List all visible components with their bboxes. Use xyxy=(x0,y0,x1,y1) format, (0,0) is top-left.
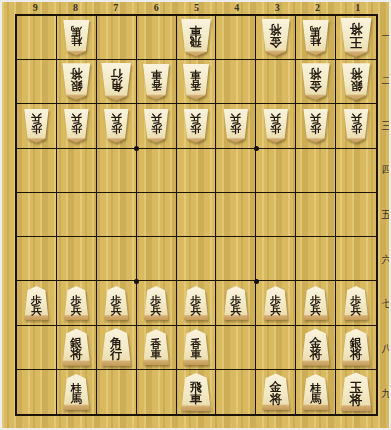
square-6-5[interactable] xyxy=(137,193,177,237)
piece-kanji: 飛車 xyxy=(179,19,212,57)
piece-body: 歩兵 xyxy=(103,286,130,320)
piece-kanji: 飛車 xyxy=(179,373,212,411)
rank-label: 七 xyxy=(380,282,391,327)
square-4-2[interactable] xyxy=(216,60,256,104)
square-2-7[interactable]: 歩兵 xyxy=(296,281,336,325)
piece-body: 歩兵 xyxy=(143,286,170,320)
piece-kanji-char: 歩 xyxy=(111,124,122,134)
square-2-9[interactable]: 桂馬 xyxy=(296,370,336,414)
piece-kanji-char: 兵 xyxy=(230,114,241,124)
piece-kanji: 歩兵 xyxy=(143,286,170,320)
piece-kanji: 金将 xyxy=(260,373,291,410)
piece-kanji-char: 車 xyxy=(190,394,202,405)
piece-kanji: 銀将 xyxy=(61,63,92,100)
piece-sente-kyosha-lance[interactable]: 香車 xyxy=(181,329,210,365)
square-3-9[interactable]: 金将 xyxy=(256,370,296,414)
rank-label: 六 xyxy=(380,237,391,282)
shogi-board: 桂馬飛車金将桂馬王将銀将角行香車香車金将銀将歩兵歩兵歩兵歩兵歩兵歩兵歩兵歩兵歩兵… xyxy=(15,14,378,416)
piece-kanji-char: 兵 xyxy=(190,114,201,124)
piece-kanji-char: 車 xyxy=(190,349,201,359)
piece-body: 歩兵 xyxy=(63,109,90,143)
piece-kanji-char: 歩 xyxy=(351,124,362,134)
rank-labels: 一二三四五六七八九 xyxy=(380,14,391,416)
piece-gote-hisha-rook[interactable]: 飛車 xyxy=(179,19,212,57)
square-2-6[interactable] xyxy=(296,237,336,281)
piece-body: 金将 xyxy=(300,329,331,366)
piece-kanji: 桂馬 xyxy=(301,374,330,410)
piece-sente-kyosha-lance[interactable]: 香車 xyxy=(142,329,171,365)
square-4-5[interactable] xyxy=(216,193,256,237)
piece-kanji: 金将 xyxy=(300,63,331,100)
square-2-1[interactable]: 桂馬 xyxy=(296,16,336,60)
piece-kanji-char: 将 xyxy=(350,349,362,360)
piece-body: 角行 xyxy=(100,63,133,101)
square-3-3[interactable]: 歩兵 xyxy=(256,104,296,148)
piece-body: 歩兵 xyxy=(343,286,370,320)
piece-body: 玉将 xyxy=(339,372,373,411)
piece-sente-fuhyo-pawn[interactable]: 歩兵 xyxy=(143,286,170,320)
file-label: 2 xyxy=(297,2,337,14)
piece-kanji-char: 兵 xyxy=(151,305,162,315)
piece-gote-fuhyo-pawn[interactable]: 歩兵 xyxy=(343,109,370,143)
rank-label: 九 xyxy=(380,371,391,416)
piece-gote-kakugyo-bishop[interactable]: 角行 xyxy=(100,63,133,101)
piece-kanji: 銀将 xyxy=(341,329,372,366)
piece-kanji: 歩兵 xyxy=(103,109,130,143)
piece-kanji-char: 兵 xyxy=(71,114,82,124)
piece-kanji: 王将 xyxy=(339,18,373,57)
square-3-6[interactable] xyxy=(256,237,296,281)
square-3-8[interactable] xyxy=(256,326,296,370)
piece-kanji-char: 将 xyxy=(70,68,82,79)
square-6-6[interactable] xyxy=(137,237,177,281)
square-5-4[interactable] xyxy=(177,149,217,193)
piece-body: 歩兵 xyxy=(222,286,249,320)
piece-kanji-char: 将 xyxy=(310,68,322,79)
square-6-4[interactable] xyxy=(137,149,177,193)
square-8-7[interactable]: 歩兵 xyxy=(57,281,97,325)
rank-label: 八 xyxy=(380,327,391,372)
piece-kanji-char: 将 xyxy=(270,394,282,405)
piece-kanji-char: 将 xyxy=(350,394,363,406)
piece-sente-ginsho-silver-general[interactable]: 銀将 xyxy=(61,329,92,366)
piece-kanji: 歩兵 xyxy=(63,286,90,320)
file-label: 1 xyxy=(338,2,378,14)
piece-body: 歩兵 xyxy=(23,286,50,320)
piece-body: 歩兵 xyxy=(262,286,289,320)
square-7-1[interactable] xyxy=(97,16,137,60)
piece-kanji-char: 兵 xyxy=(31,114,42,124)
piece-kanji: 歩兵 xyxy=(182,109,209,143)
square-8-1[interactable]: 桂馬 xyxy=(57,16,97,60)
piece-kanji: 歩兵 xyxy=(302,286,329,320)
piece-body: 香車 xyxy=(142,64,171,100)
piece-kanji-char: 兵 xyxy=(310,114,321,124)
square-8-8[interactable]: 銀将 xyxy=(57,326,97,370)
piece-kanji: 香車 xyxy=(142,329,171,365)
piece-kanji-char: 兵 xyxy=(230,305,241,315)
piece-kanji-char: 兵 xyxy=(190,305,201,315)
square-5-7[interactable]: 歩兵 xyxy=(177,281,217,325)
piece-kanji-char: 馬 xyxy=(71,394,82,404)
file-label: 3 xyxy=(257,2,297,14)
square-7-8[interactable]: 角行 xyxy=(97,326,137,370)
square-2-3[interactable]: 歩兵 xyxy=(296,104,336,148)
square-9-3[interactable]: 歩兵 xyxy=(17,104,57,148)
square-1-9[interactable]: 玉将 xyxy=(336,370,376,414)
file-labels: 987654321 xyxy=(15,2,378,14)
square-8-9[interactable]: 桂馬 xyxy=(57,370,97,414)
square-8-5[interactable] xyxy=(57,193,97,237)
piece-sente-kinsho-gold-general[interactable]: 金将 xyxy=(260,373,291,410)
piece-kanji: 香車 xyxy=(181,64,210,100)
piece-gote-kyosha-lance[interactable]: 香車 xyxy=(142,64,171,100)
piece-kanji-char: 車 xyxy=(190,24,202,35)
square-1-3[interactable]: 歩兵 xyxy=(336,104,376,148)
piece-sente-keima-knight[interactable]: 桂馬 xyxy=(62,374,91,410)
square-8-2[interactable]: 銀将 xyxy=(57,60,97,104)
piece-kanji: 歩兵 xyxy=(103,286,130,320)
piece-kanji-char: 香 xyxy=(151,80,162,90)
square-2-8[interactable]: 金将 xyxy=(296,326,336,370)
star-point xyxy=(134,279,139,284)
piece-kanji-char: 兵 xyxy=(351,114,362,124)
file-label: 5 xyxy=(176,2,216,14)
square-9-6[interactable] xyxy=(17,237,57,281)
piece-kanji-char: 兵 xyxy=(270,305,281,315)
piece-gote-fuhyo-pawn[interactable]: 歩兵 xyxy=(222,109,249,143)
file-label: 9 xyxy=(15,2,55,14)
square-4-1[interactable] xyxy=(216,16,256,60)
piece-kanji-char: 兵 xyxy=(310,305,321,315)
square-2-2[interactable]: 金将 xyxy=(296,60,336,104)
square-1-2[interactable]: 銀将 xyxy=(336,60,376,104)
square-9-5[interactable] xyxy=(17,193,57,237)
square-8-6[interactable] xyxy=(57,237,97,281)
piece-body: 桂馬 xyxy=(301,374,330,410)
square-2-4[interactable] xyxy=(296,149,336,193)
square-9-8[interactable] xyxy=(17,326,57,370)
square-6-9[interactable] xyxy=(137,370,177,414)
square-7-2[interactable]: 角行 xyxy=(97,60,137,104)
piece-kanji: 銀将 xyxy=(61,329,92,366)
piece-body: 桂馬 xyxy=(62,20,91,56)
piece-kanji: 歩兵 xyxy=(182,286,209,320)
piece-body: 金将 xyxy=(260,19,291,56)
piece-kanji: 角行 xyxy=(100,63,133,101)
piece-kanji-char: 銀 xyxy=(70,80,82,91)
square-3-4[interactable] xyxy=(256,149,296,193)
square-1-7[interactable]: 歩兵 xyxy=(336,281,376,325)
piece-kanji-char: 桂 xyxy=(310,36,321,46)
piece-gote-kinsho-gold-general[interactable]: 金将 xyxy=(300,63,331,100)
piece-kanji-char: 馬 xyxy=(71,25,82,35)
piece-kanji-char: 将 xyxy=(350,68,362,79)
square-1-5[interactable] xyxy=(336,193,376,237)
square-7-5[interactable] xyxy=(97,193,137,237)
piece-kanji-char: 車 xyxy=(151,69,162,79)
square-6-1[interactable] xyxy=(137,16,177,60)
star-point xyxy=(134,146,139,151)
square-5-2[interactable]: 香車 xyxy=(177,60,217,104)
piece-body: 王将 xyxy=(339,18,373,57)
square-6-3[interactable]: 歩兵 xyxy=(137,104,177,148)
piece-gote-fuhyo-pawn[interactable]: 歩兵 xyxy=(103,109,130,143)
piece-kanji-char: 車 xyxy=(190,69,201,79)
piece-kanji: 歩兵 xyxy=(23,109,50,143)
piece-sente-ginsho-silver-general[interactable]: 銀将 xyxy=(341,329,372,366)
piece-kanji-char: 歩 xyxy=(270,124,281,134)
square-6-2[interactable]: 香車 xyxy=(137,60,177,104)
piece-kanji: 歩兵 xyxy=(343,109,370,143)
square-1-4[interactable] xyxy=(336,149,376,193)
square-5-5[interactable] xyxy=(177,193,217,237)
piece-body: 飛車 xyxy=(179,19,212,57)
piece-kanji: 香車 xyxy=(181,329,210,365)
piece-body: 歩兵 xyxy=(23,109,50,143)
piece-body: 歩兵 xyxy=(182,109,209,143)
piece-body: 金将 xyxy=(300,63,331,100)
square-3-5[interactable] xyxy=(256,193,296,237)
piece-gote-ginsho-silver-general[interactable]: 銀将 xyxy=(61,63,92,100)
piece-sente-fuhyo-pawn[interactable]: 歩兵 xyxy=(262,286,289,320)
square-4-3[interactable]: 歩兵 xyxy=(216,104,256,148)
piece-sente-fuhyo-pawn[interactable]: 歩兵 xyxy=(23,286,50,320)
rank-label: 一 xyxy=(380,14,391,59)
piece-kanji-char: 歩 xyxy=(71,124,82,134)
piece-kanji-char: 兵 xyxy=(31,305,42,315)
piece-kanji: 桂馬 xyxy=(62,374,91,410)
file-label: 8 xyxy=(55,2,95,14)
square-4-6[interactable] xyxy=(216,237,256,281)
piece-body: 香車 xyxy=(181,64,210,100)
piece-kanji-char: 将 xyxy=(350,23,363,35)
square-5-1[interactable]: 飛車 xyxy=(177,16,217,60)
rank-label: 二 xyxy=(380,59,391,104)
piece-kanji: 歩兵 xyxy=(23,286,50,320)
square-6-7[interactable]: 歩兵 xyxy=(137,281,177,325)
piece-sente-fuhyo-pawn[interactable]: 歩兵 xyxy=(302,286,329,320)
piece-kanji-char: 王 xyxy=(350,36,363,48)
piece-body: 金将 xyxy=(260,373,291,410)
piece-body: 歩兵 xyxy=(302,286,329,320)
square-8-4[interactable] xyxy=(57,149,97,193)
rank-label: 三 xyxy=(380,103,391,148)
piece-sente-fuhyo-pawn[interactable]: 歩兵 xyxy=(182,286,209,320)
piece-kanji: 金将 xyxy=(260,19,291,56)
piece-sente-hisha-rook[interactable]: 飛車 xyxy=(179,373,212,411)
piece-body: 歩兵 xyxy=(63,286,90,320)
piece-kanji-char: 行 xyxy=(110,68,122,79)
square-1-1[interactable]: 王将 xyxy=(336,16,376,60)
square-7-3[interactable]: 歩兵 xyxy=(97,104,137,148)
piece-body: 角行 xyxy=(100,328,133,366)
piece-kanji-char: 歩 xyxy=(31,124,42,134)
rank-label: 五 xyxy=(380,193,391,238)
star-point xyxy=(254,146,259,151)
piece-gote-keima-knight[interactable]: 桂馬 xyxy=(62,20,91,56)
piece-kanji-char: 金 xyxy=(310,80,322,91)
piece-body: 銀将 xyxy=(341,63,372,100)
piece-sente-fuhyo-pawn[interactable]: 歩兵 xyxy=(63,286,90,320)
piece-body: 歩兵 xyxy=(182,286,209,320)
piece-kanji-char: 兵 xyxy=(270,114,281,124)
piece-body: 銀将 xyxy=(61,63,92,100)
piece-gote-fuhyo-pawn[interactable]: 歩兵 xyxy=(23,109,50,143)
piece-kanji: 銀将 xyxy=(341,63,372,100)
square-7-7[interactable]: 歩兵 xyxy=(97,281,137,325)
piece-body: 香車 xyxy=(142,329,171,365)
piece-kanji-char: 香 xyxy=(190,80,201,90)
piece-body: 香車 xyxy=(181,329,210,365)
piece-body: 銀将 xyxy=(61,329,92,366)
square-7-9[interactable] xyxy=(97,370,137,414)
piece-kanji-char: 歩 xyxy=(230,124,241,134)
piece-gote-kinsho-gold-general[interactable]: 金将 xyxy=(260,19,291,56)
piece-kanji-char: 将 xyxy=(270,24,282,35)
piece-sente-kakugyo-bishop[interactable]: 角行 xyxy=(100,328,133,366)
piece-kanji: 歩兵 xyxy=(222,286,249,320)
piece-gote-fuhyo-pawn[interactable]: 歩兵 xyxy=(182,109,209,143)
piece-kanji-char: 行 xyxy=(110,349,122,360)
piece-body: 銀将 xyxy=(341,329,372,366)
square-6-8[interactable]: 香車 xyxy=(137,326,177,370)
file-label: 4 xyxy=(217,2,257,14)
star-point xyxy=(254,279,259,284)
square-7-4[interactable] xyxy=(97,149,137,193)
square-1-6[interactable] xyxy=(336,237,376,281)
piece-kanji-char: 金 xyxy=(270,36,282,47)
piece-sente-fuhyo-pawn[interactable]: 歩兵 xyxy=(103,286,130,320)
piece-kanji-char: 桂 xyxy=(71,36,82,46)
piece-kanji: 玉将 xyxy=(339,372,373,411)
piece-body: 歩兵 xyxy=(103,109,130,143)
piece-gote-fuhyo-pawn[interactable]: 歩兵 xyxy=(302,109,329,143)
piece-kanji-char: 歩 xyxy=(310,124,321,134)
piece-kanji: 桂馬 xyxy=(301,20,330,56)
piece-body: 歩兵 xyxy=(222,109,249,143)
square-4-8[interactable] xyxy=(216,326,256,370)
square-1-8[interactable]: 銀将 xyxy=(336,326,376,370)
square-5-3[interactable]: 歩兵 xyxy=(177,104,217,148)
piece-kanji: 歩兵 xyxy=(262,286,289,320)
square-9-9[interactable] xyxy=(17,370,57,414)
piece-gote-kyosha-lance[interactable]: 香車 xyxy=(181,64,210,100)
piece-sente-kinsho-gold-general[interactable]: 金将 xyxy=(300,329,331,366)
piece-body: 飛車 xyxy=(179,373,212,411)
piece-kanji-char: 歩 xyxy=(151,124,162,134)
file-label: 6 xyxy=(136,2,176,14)
square-3-7[interactable]: 歩兵 xyxy=(256,281,296,325)
shogi-board-window: 987654321 一二三四五六七八九 桂馬飛車金将桂馬王将銀将角行香車香車金将… xyxy=(0,0,391,430)
piece-kanji: 香車 xyxy=(142,64,171,100)
square-5-6[interactable] xyxy=(177,237,217,281)
square-5-8[interactable]: 香車 xyxy=(177,326,217,370)
square-4-7[interactable]: 歩兵 xyxy=(216,281,256,325)
square-5-9[interactable]: 飛車 xyxy=(177,370,217,414)
piece-kanji: 歩兵 xyxy=(222,109,249,143)
piece-sente-gyokusho-king[interactable]: 玉将 xyxy=(339,372,373,411)
piece-kanji-char: 兵 xyxy=(351,305,362,315)
piece-kanji: 歩兵 xyxy=(63,109,90,143)
piece-kanji-char: 歩 xyxy=(190,124,201,134)
piece-kanji-char: 兵 xyxy=(111,114,122,124)
piece-sente-fuhyo-pawn[interactable]: 歩兵 xyxy=(343,286,370,320)
piece-kanji: 歩兵 xyxy=(343,286,370,320)
piece-sente-keima-knight[interactable]: 桂馬 xyxy=(301,374,330,410)
square-3-2[interactable] xyxy=(256,60,296,104)
file-label: 7 xyxy=(96,2,136,14)
piece-kanji-char: 馬 xyxy=(310,25,321,35)
piece-kanji: 金将 xyxy=(300,329,331,366)
square-7-6[interactable] xyxy=(97,237,137,281)
square-4-9[interactable] xyxy=(216,370,256,414)
square-9-4[interactable] xyxy=(17,149,57,193)
piece-body: 歩兵 xyxy=(343,109,370,143)
square-9-2[interactable] xyxy=(17,60,57,104)
piece-kanji-char: 将 xyxy=(310,349,322,360)
piece-body: 歩兵 xyxy=(302,109,329,143)
piece-gote-fuhyo-pawn[interactable]: 歩兵 xyxy=(63,109,90,143)
square-9-7[interactable]: 歩兵 xyxy=(17,281,57,325)
piece-gote-fuhyo-pawn[interactable]: 歩兵 xyxy=(143,109,170,143)
piece-kanji: 歩兵 xyxy=(302,109,329,143)
piece-gote-ginsho-silver-general[interactable]: 銀将 xyxy=(341,63,372,100)
square-3-1[interactable]: 金将 xyxy=(256,16,296,60)
piece-body: 桂馬 xyxy=(301,20,330,56)
piece-gote-fuhyo-pawn[interactable]: 歩兵 xyxy=(262,109,289,143)
square-4-4[interactable] xyxy=(216,149,256,193)
rank-label: 四 xyxy=(380,148,391,193)
piece-kanji: 歩兵 xyxy=(143,109,170,143)
piece-gote-keima-knight[interactable]: 桂馬 xyxy=(301,20,330,56)
piece-body: 歩兵 xyxy=(262,109,289,143)
piece-kanji-char: 将 xyxy=(70,349,82,360)
piece-kanji-char: 車 xyxy=(151,349,162,359)
square-8-3[interactable]: 歩兵 xyxy=(57,104,97,148)
piece-kanji: 桂馬 xyxy=(62,20,91,56)
piece-kanji-char: 兵 xyxy=(151,114,162,124)
piece-kanji-char: 兵 xyxy=(111,305,122,315)
piece-kanji-char: 馬 xyxy=(310,394,321,404)
piece-kanji: 歩兵 xyxy=(262,109,289,143)
piece-gote-osho-king[interactable]: 王将 xyxy=(339,18,373,57)
piece-kanji: 角行 xyxy=(100,328,133,366)
piece-sente-fuhyo-pawn[interactable]: 歩兵 xyxy=(222,286,249,320)
piece-body: 歩兵 xyxy=(143,109,170,143)
piece-kanji-char: 銀 xyxy=(350,80,362,91)
piece-body: 桂馬 xyxy=(62,374,91,410)
square-2-5[interactable] xyxy=(296,193,336,237)
square-9-1[interactable] xyxy=(17,16,57,60)
piece-kanji-char: 兵 xyxy=(71,305,82,315)
